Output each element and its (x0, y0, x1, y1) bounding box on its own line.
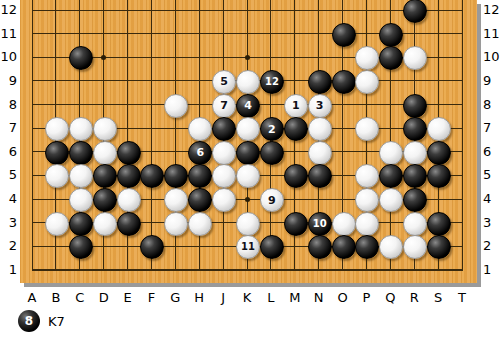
col-label-L: L (261, 290, 281, 305)
row-label-left-11: 11 (0, 27, 17, 41)
row-label-left-9: 9 (0, 74, 17, 88)
row-label-right-7: 7 (483, 121, 500, 135)
row-label-left-8: 8 (0, 98, 17, 112)
note-move-number: 8 (25, 314, 33, 328)
col-label-K: K (237, 290, 257, 305)
col-label-P: P (356, 290, 376, 305)
col-label-F: F (141, 290, 161, 305)
col-label-N: N (309, 290, 329, 305)
row-label-right-9: 9 (483, 74, 500, 88)
note-move-location: K7 (48, 314, 65, 329)
row-label-right-11: 11 (483, 27, 500, 41)
row-label-right-12: 12 (483, 3, 500, 17)
row-label-left-3: 3 (0, 216, 17, 230)
row-label-right-8: 8 (483, 98, 500, 112)
row-label-right-6: 6 (483, 145, 500, 159)
col-label-M: M (285, 290, 305, 305)
col-label-B: B (46, 290, 66, 305)
move-note: 8 K7 (18, 309, 65, 333)
row-label-left-1: 1 (0, 263, 17, 277)
row-label-left-6: 6 (0, 145, 17, 159)
row-label-right-4: 4 (483, 192, 500, 206)
row-label-left-12: 12 (0, 3, 17, 17)
col-label-T: T (452, 290, 472, 305)
row-label-left-7: 7 (0, 121, 17, 135)
row-label-left-2: 2 (0, 239, 17, 253)
row-label-right-10: 10 (483, 50, 500, 64)
row-label-right-2: 2 (483, 239, 500, 253)
col-label-E: E (118, 290, 138, 305)
row-label-left-4: 4 (0, 192, 17, 206)
col-label-C: C (70, 290, 90, 305)
col-label-J: J (213, 290, 233, 305)
col-label-S: S (428, 290, 448, 305)
col-label-Q: Q (380, 290, 400, 305)
row-label-right-1: 1 (483, 263, 500, 277)
row-label-left-5: 5 (0, 168, 17, 182)
col-label-D: D (94, 290, 114, 305)
go-board[interactable] (20, 0, 477, 283)
note-move-stone-icon: 8 (18, 310, 40, 332)
col-label-G: G (165, 290, 185, 305)
col-label-R: R (404, 290, 424, 305)
go-diagram: 5127413269101112121111101099887766554433… (0, 0, 500, 345)
row-label-right-3: 3 (483, 216, 500, 230)
row-label-left-10: 10 (0, 50, 17, 64)
row-label-right-5: 5 (483, 168, 500, 182)
col-label-O: O (333, 290, 353, 305)
col-label-H: H (189, 290, 209, 305)
col-label-A: A (22, 290, 42, 305)
